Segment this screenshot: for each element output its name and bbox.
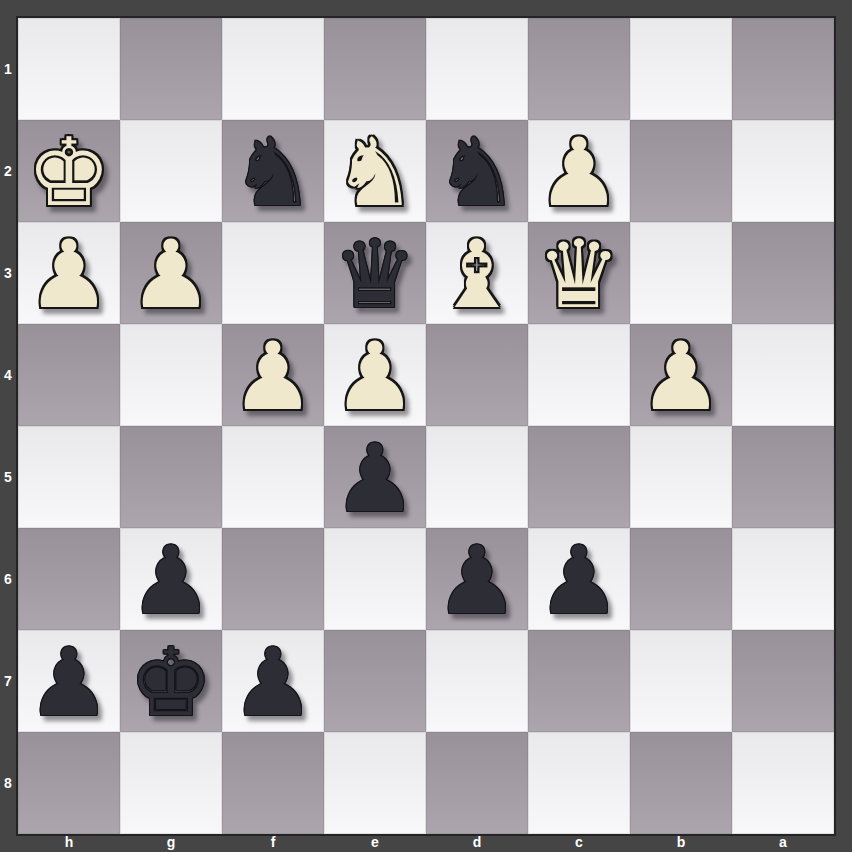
square-e6[interactable] <box>324 528 426 630</box>
square-a3[interactable] <box>732 222 834 324</box>
file-label-f: f <box>222 835 324 851</box>
square-g8[interactable] <box>120 732 222 834</box>
square-d4[interactable] <box>426 324 528 426</box>
file-label-c: c <box>528 835 630 851</box>
square-g1[interactable] <box>120 18 222 120</box>
piece-black-pawn-d6[interactable]: ♟ <box>435 534 519 628</box>
square-f1[interactable] <box>222 18 324 120</box>
piece-black-king-g7[interactable]: ♚ <box>129 636 213 730</box>
square-f4[interactable]: ♟ <box>222 324 324 426</box>
square-c5[interactable] <box>528 426 630 528</box>
square-e7[interactable] <box>324 630 426 732</box>
square-a1[interactable] <box>732 18 834 120</box>
square-a8[interactable] <box>732 732 834 834</box>
piece-black-pawn-c6[interactable]: ♟ <box>537 534 621 628</box>
square-a7[interactable] <box>732 630 834 732</box>
piece-white-pawn-b4[interactable]: ♟ <box>639 330 723 424</box>
piece-black-knight-d2[interactable]: ♞ <box>435 126 519 220</box>
square-g2[interactable] <box>120 120 222 222</box>
square-f6[interactable] <box>222 528 324 630</box>
square-d1[interactable] <box>426 18 528 120</box>
square-g5[interactable] <box>120 426 222 528</box>
square-f7[interactable]: ♟ <box>222 630 324 732</box>
square-f5[interactable] <box>222 426 324 528</box>
piece-black-pawn-g6[interactable]: ♟ <box>129 534 213 628</box>
square-d6[interactable]: ♟ <box>426 528 528 630</box>
square-d5[interactable] <box>426 426 528 528</box>
square-h7[interactable]: ♟ <box>18 630 120 732</box>
square-e2[interactable]: ♞ <box>324 120 426 222</box>
rank-label-1: 1 <box>0 18 16 120</box>
square-c2[interactable]: ♟ <box>528 120 630 222</box>
square-g6[interactable]: ♟ <box>120 528 222 630</box>
piece-white-bishop-d3[interactable]: ♝ <box>435 228 519 322</box>
square-d3[interactable]: ♝ <box>426 222 528 324</box>
piece-white-pawn-e4[interactable]: ♟ <box>333 330 417 424</box>
chess-board: ♚♞♞♞♟♟♟♛♝♛♟♟♟♟♟♟♟♟♚♟ 12345678hgfedcba <box>0 0 852 852</box>
square-f8[interactable] <box>222 732 324 834</box>
square-b6[interactable] <box>630 528 732 630</box>
square-g7[interactable]: ♚ <box>120 630 222 732</box>
square-h8[interactable] <box>18 732 120 834</box>
square-d7[interactable] <box>426 630 528 732</box>
square-b4[interactable]: ♟ <box>630 324 732 426</box>
square-g4[interactable] <box>120 324 222 426</box>
square-c4[interactable] <box>528 324 630 426</box>
piece-black-pawn-f7[interactable]: ♟ <box>231 636 315 730</box>
square-h4[interactable] <box>18 324 120 426</box>
square-a4[interactable] <box>732 324 834 426</box>
square-b2[interactable] <box>630 120 732 222</box>
square-f3[interactable] <box>222 222 324 324</box>
board-squares: ♚♞♞♞♟♟♟♛♝♛♟♟♟♟♟♟♟♟♚♟ <box>16 16 836 836</box>
piece-white-pawn-h3[interactable]: ♟ <box>27 228 111 322</box>
piece-black-pawn-e5[interactable]: ♟ <box>333 432 417 526</box>
file-label-b: b <box>630 835 732 851</box>
square-a5[interactable] <box>732 426 834 528</box>
square-c6[interactable]: ♟ <box>528 528 630 630</box>
rank-label-7: 7 <box>0 630 16 732</box>
square-d8[interactable] <box>426 732 528 834</box>
square-b5[interactable] <box>630 426 732 528</box>
square-h3[interactable]: ♟ <box>18 222 120 324</box>
piece-white-pawn-g3[interactable]: ♟ <box>129 228 213 322</box>
piece-white-queen-c3[interactable]: ♛ <box>537 228 621 322</box>
piece-black-knight-f2[interactable]: ♞ <box>231 126 315 220</box>
square-b8[interactable] <box>630 732 732 834</box>
square-d2[interactable]: ♞ <box>426 120 528 222</box>
square-a2[interactable] <box>732 120 834 222</box>
square-h5[interactable] <box>18 426 120 528</box>
rank-label-8: 8 <box>0 732 16 834</box>
piece-white-knight-e2[interactable]: ♞ <box>333 126 417 220</box>
square-h1[interactable] <box>18 18 120 120</box>
piece-black-pawn-h7[interactable]: ♟ <box>27 636 111 730</box>
piece-white-pawn-f4[interactable]: ♟ <box>231 330 315 424</box>
rank-label-6: 6 <box>0 528 16 630</box>
piece-white-king-h2[interactable]: ♚ <box>27 126 111 220</box>
file-label-g: g <box>120 835 222 851</box>
square-e5[interactable]: ♟ <box>324 426 426 528</box>
square-c3[interactable]: ♛ <box>528 222 630 324</box>
square-b1[interactable] <box>630 18 732 120</box>
piece-white-pawn-c2[interactable]: ♟ <box>537 126 621 220</box>
square-b7[interactable] <box>630 630 732 732</box>
square-h6[interactable] <box>18 528 120 630</box>
square-c1[interactable] <box>528 18 630 120</box>
square-e4[interactable]: ♟ <box>324 324 426 426</box>
rank-label-3: 3 <box>0 222 16 324</box>
square-c8[interactable] <box>528 732 630 834</box>
rank-label-4: 4 <box>0 324 16 426</box>
square-f2[interactable]: ♞ <box>222 120 324 222</box>
square-g3[interactable]: ♟ <box>120 222 222 324</box>
square-h2[interactable]: ♚ <box>18 120 120 222</box>
square-b3[interactable] <box>630 222 732 324</box>
piece-black-queen-e3[interactable]: ♛ <box>333 228 417 322</box>
rank-label-5: 5 <box>0 426 16 528</box>
rank-label-2: 2 <box>0 120 16 222</box>
square-e1[interactable] <box>324 18 426 120</box>
file-label-d: d <box>426 835 528 851</box>
square-a6[interactable] <box>732 528 834 630</box>
file-label-a: a <box>732 835 834 851</box>
file-label-e: e <box>324 835 426 851</box>
square-c7[interactable] <box>528 630 630 732</box>
file-label-h: h <box>18 835 120 851</box>
square-e3[interactable]: ♛ <box>324 222 426 324</box>
square-e8[interactable] <box>324 732 426 834</box>
